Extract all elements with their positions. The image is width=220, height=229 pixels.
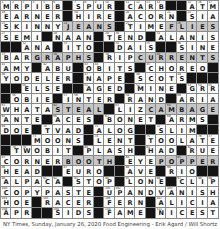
letter-cell[interactable]: L: [166, 32, 176, 42]
letter-cell[interactable]: D: [73, 208, 83, 218]
letter-cell[interactable]: O: [73, 156, 83, 166]
letter-cell[interactable]: 86H: [1, 166, 11, 176]
letter-cell[interactable]: 30E: [115, 32, 125, 42]
letter-cell[interactable]: 82R: [187, 146, 197, 156]
letter-cell[interactable]: H: [104, 156, 114, 166]
letter-cell[interactable]: R: [94, 11, 104, 21]
letter-cell[interactable]: 12A: [135, 1, 145, 11]
letter-cell[interactable]: L: [166, 125, 176, 135]
letter-cell[interactable]: 32A: [22, 42, 32, 52]
letter-cell[interactable]: Z: [135, 104, 145, 114]
letter-cell[interactable]: 98I: [197, 177, 207, 187]
letter-cell[interactable]: E: [135, 208, 145, 218]
letter-cell[interactable]: 27S: [1, 32, 11, 42]
letter-cell[interactable]: N: [135, 197, 145, 207]
letter-cell[interactable]: 11C: [125, 1, 135, 11]
letter-cell[interactable]: Y: [53, 22, 63, 32]
letter-cell[interactable]: S: [125, 63, 135, 73]
letter-cell[interactable]: B: [22, 94, 32, 104]
letter-cell[interactable]: 10R: [104, 1, 114, 11]
letter-cell[interactable]: A: [53, 187, 63, 197]
letter-cell[interactable]: 85P: [177, 156, 187, 166]
letter-cell[interactable]: I: [187, 22, 197, 32]
letter-cell[interactable]: M: [146, 22, 156, 32]
letter-cell[interactable]: G: [197, 104, 207, 114]
letter-cell[interactable]: C: [135, 11, 145, 21]
letter-cell[interactable]: V: [135, 166, 145, 176]
letter-cell[interactable]: 78T: [11, 146, 21, 156]
letter-cell[interactable]: 49S: [177, 73, 187, 83]
letter-cell[interactable]: O: [166, 156, 176, 166]
letter-cell[interactable]: D: [115, 84, 125, 94]
letter-cell[interactable]: 89R: [166, 166, 176, 176]
letter-cell[interactable]: E: [22, 125, 32, 135]
letter-cell[interactable]: 34D: [115, 42, 125, 52]
letter-cell[interactable]: P: [11, 208, 21, 218]
letter-cell[interactable]: M: [125, 208, 135, 218]
letter-cell[interactable]: 13R: [146, 1, 156, 11]
letter-cell[interactable]: 65A: [1, 115, 11, 125]
letter-cell[interactable]: I: [32, 94, 42, 104]
letter-cell[interactable]: E: [104, 84, 114, 94]
letter-cell[interactable]: 81H: [146, 146, 156, 156]
letter-cell[interactable]: 9U: [94, 1, 104, 11]
letter-cell[interactable]: E: [73, 115, 83, 125]
letter-cell[interactable]: 33I: [63, 42, 73, 52]
letter-cell[interactable]: 61W: [1, 104, 11, 114]
letter-cell[interactable]: N: [63, 135, 73, 145]
letter-cell[interactable]: N: [187, 53, 197, 63]
letter-cell[interactable]: N: [146, 94, 156, 104]
letter-cell[interactable]: A: [53, 197, 63, 207]
letter-cell[interactable]: C: [63, 115, 73, 125]
letter-cell[interactable]: A: [135, 94, 145, 104]
letter-cell[interactable]: E: [208, 104, 218, 114]
letter-cell[interactable]: 97C: [177, 177, 187, 187]
letter-cell[interactable]: C: [135, 53, 145, 63]
letter-cell[interactable]: E: [208, 42, 218, 52]
letter-cell[interactable]: 21N: [166, 11, 176, 21]
letter-cell[interactable]: A: [177, 32, 187, 42]
letter-cell[interactable]: R: [53, 156, 63, 166]
letter-cell[interactable]: D: [73, 125, 83, 135]
letter-cell[interactable]: T: [73, 42, 83, 52]
letter-cell[interactable]: 90A: [1, 177, 11, 187]
letter-cell[interactable]: C: [146, 104, 156, 114]
letter-cell[interactable]: R: [187, 94, 197, 104]
letter-cell[interactable]: A: [208, 94, 218, 104]
letter-cell[interactable]: O: [84, 156, 94, 166]
letter-cell[interactable]: R: [22, 53, 32, 63]
letter-cell[interactable]: C: [146, 73, 156, 83]
letter-cell[interactable]: B: [53, 63, 63, 73]
letter-cell[interactable]: E: [208, 146, 218, 156]
letter-cell[interactable]: A: [187, 104, 197, 114]
letter-cell[interactable]: A: [11, 11, 21, 21]
letter-cell[interactable]: 84E: [125, 156, 135, 166]
letter-cell[interactable]: T: [166, 73, 176, 83]
letter-cell[interactable]: E: [42, 11, 52, 21]
letter-cell[interactable]: 51A: [84, 84, 94, 94]
letter-cell[interactable]: 17M: [208, 1, 218, 11]
letter-cell[interactable]: 4I: [32, 1, 42, 11]
letter-cell[interactable]: I: [177, 166, 187, 176]
letter-cell[interactable]: E: [187, 63, 197, 73]
letter-cell[interactable]: A: [156, 104, 166, 114]
letter-cell[interactable]: R: [84, 197, 94, 207]
letter-cell[interactable]: E: [73, 22, 83, 32]
letter-cell[interactable]: 72S: [156, 125, 166, 135]
letter-cell[interactable]: A: [32, 177, 42, 187]
letter-cell[interactable]: O: [94, 177, 104, 187]
letter-cell[interactable]: 110F: [104, 208, 114, 218]
letter-cell[interactable]: 20A: [125, 11, 135, 21]
letter-cell[interactable]: 91C: [42, 177, 52, 187]
letter-cell[interactable]: E: [146, 166, 156, 176]
letter-cell[interactable]: A: [84, 22, 94, 32]
letter-cell[interactable]: D: [146, 187, 156, 197]
letter-cell[interactable]: 16T: [197, 1, 207, 11]
letter-cell[interactable]: 43O: [84, 63, 94, 73]
letter-cell[interactable]: A: [125, 187, 135, 197]
letter-cell[interactable]: S: [73, 135, 83, 145]
letter-cell[interactable]: B: [42, 146, 52, 156]
letter-cell[interactable]: P: [187, 156, 197, 166]
letter-cell[interactable]: A: [115, 208, 125, 218]
letter-cell[interactable]: T: [115, 63, 125, 73]
letter-cell[interactable]: G: [32, 53, 42, 63]
letter-cell[interactable]: 1M: [1, 1, 11, 11]
letter-cell[interactable]: 76T: [197, 135, 207, 145]
letter-cell[interactable]: S: [208, 53, 218, 63]
letter-cell[interactable]: E: [197, 22, 207, 32]
letter-cell[interactable]: R: [177, 115, 187, 125]
letter-cell[interactable]: R: [42, 53, 52, 63]
letter-cell[interactable]: R: [22, 11, 32, 21]
letter-cell[interactable]: I: [177, 197, 187, 207]
letter-cell[interactable]: A: [42, 104, 52, 114]
letter-cell[interactable]: L: [187, 177, 197, 187]
letter-cell[interactable]: V: [156, 187, 166, 197]
letter-cell[interactable]: L: [166, 197, 176, 207]
letter-cell[interactable]: 64M: [166, 104, 176, 114]
letter-cell[interactable]: E: [104, 11, 114, 21]
letter-cell[interactable]: 93S: [73, 177, 83, 187]
letter-cell[interactable]: U: [63, 63, 73, 73]
letter-cell[interactable]: B: [177, 104, 187, 114]
letter-cell[interactable]: 68A: [166, 115, 176, 125]
letter-cell[interactable]: A: [22, 166, 32, 176]
letter-cell[interactable]: M: [187, 115, 197, 125]
letter-cell[interactable]: 57I: [63, 94, 73, 104]
letter-cell[interactable]: 3P: [22, 1, 32, 11]
letter-cell[interactable]: 36S: [177, 42, 187, 52]
letter-cell[interactable]: 53G: [187, 84, 197, 94]
letter-cell[interactable]: 63L: [115, 104, 125, 114]
letter-cell[interactable]: 31A: [156, 32, 166, 42]
letter-cell[interactable]: M: [22, 32, 32, 42]
letter-cell[interactable]: E: [135, 115, 145, 125]
letter-cell[interactable]: 15A: [187, 1, 197, 11]
letter-cell[interactable]: E: [187, 208, 197, 218]
letter-cell[interactable]: D: [32, 166, 42, 176]
letter-cell[interactable]: A: [94, 73, 104, 83]
letter-cell[interactable]: O: [42, 135, 52, 145]
letter-cell[interactable]: P: [63, 53, 73, 63]
letter-cell[interactable]: N: [125, 115, 135, 125]
letter-cell[interactable]: S: [197, 115, 207, 125]
letter-cell[interactable]: R: [208, 156, 218, 166]
letter-cell[interactable]: 2R: [11, 1, 21, 11]
letter-cell[interactable]: C: [187, 197, 197, 207]
letter-cell[interactable]: 41A: [1, 63, 11, 73]
letter-cell[interactable]: R: [63, 73, 73, 83]
letter-cell[interactable]: 18E: [1, 11, 11, 21]
letter-cell[interactable]: O: [146, 11, 156, 21]
letter-cell[interactable]: N: [84, 32, 94, 42]
letter-cell[interactable]: T: [125, 135, 135, 145]
letter-cell[interactable]: E: [22, 197, 32, 207]
letter-cell[interactable]: T: [73, 187, 83, 197]
letter-cell[interactable]: S: [197, 208, 207, 218]
letter-cell[interactable]: T: [197, 53, 207, 63]
letter-cell[interactable]: 96E: [156, 177, 166, 187]
letter-cell[interactable]: 38A: [53, 53, 63, 63]
letter-cell[interactable]: P: [22, 177, 32, 187]
letter-cell[interactable]: R: [84, 166, 94, 176]
letter-cell[interactable]: U: [73, 166, 83, 176]
letter-cell[interactable]: 39R: [104, 53, 114, 63]
letter-cell[interactable]: R: [177, 63, 187, 73]
letter-cell[interactable]: 60A: [177, 94, 187, 104]
letter-cell[interactable]: L: [94, 146, 104, 156]
letter-cell[interactable]: 88A: [125, 166, 135, 176]
letter-cell[interactable]: U: [197, 146, 207, 156]
letter-cell[interactable]: I: [197, 11, 207, 21]
letter-cell[interactable]: N: [94, 22, 104, 32]
letter-cell[interactable]: 100C: [1, 187, 11, 197]
letter-cell[interactable]: 47N: [84, 73, 94, 83]
letter-cell[interactable]: 25T: [125, 22, 135, 32]
letter-cell[interactable]: 37B: [1, 53, 11, 63]
letter-cell[interactable]: 92A: [53, 177, 63, 187]
letter-cell[interactable]: 108A: [1, 208, 11, 218]
letter-cell[interactable]: 54R: [197, 84, 207, 94]
letter-cell[interactable]: B: [63, 156, 73, 166]
letter-cell[interactable]: 6B: [53, 1, 63, 11]
letter-cell[interactable]: A: [187, 135, 197, 145]
letter-cell[interactable]: D: [156, 94, 166, 104]
letter-cell[interactable]: E: [42, 94, 52, 104]
letter-cell[interactable]: N: [11, 115, 21, 125]
letter-cell[interactable]: H: [208, 187, 218, 197]
letter-cell[interactable]: T: [84, 94, 94, 104]
letter-cell[interactable]: O: [197, 63, 207, 73]
letter-cell[interactable]: L: [94, 104, 104, 114]
letter-cell[interactable]: D: [166, 146, 176, 156]
letter-cell[interactable]: M: [187, 125, 197, 135]
letter-cell[interactable]: 42A: [42, 63, 52, 73]
letter-cell[interactable]: O: [135, 177, 145, 187]
letter-cell[interactable]: R: [156, 11, 166, 21]
letter-cell[interactable]: L: [32, 84, 42, 94]
letter-cell[interactable]: 103A: [166, 187, 176, 197]
letter-cell[interactable]: E: [32, 115, 42, 125]
letter-cell[interactable]: A: [104, 146, 114, 156]
letter-cell[interactable]: R: [22, 208, 32, 218]
letter-cell[interactable]: R: [22, 156, 32, 166]
letter-cell[interactable]: A: [42, 42, 52, 52]
letter-cell[interactable]: E: [32, 73, 42, 83]
letter-cell[interactable]: 19H: [73, 11, 83, 21]
letter-cell[interactable]: N: [32, 156, 42, 166]
letter-cell[interactable]: T: [32, 104, 42, 114]
letter-cell[interactable]: I: [125, 104, 135, 114]
letter-cell[interactable]: 106F: [104, 197, 114, 207]
letter-cell[interactable]: 87E: [63, 166, 73, 176]
letter-cell[interactable]: 75T: [146, 135, 156, 145]
letter-cell[interactable]: 111N: [156, 208, 166, 218]
letter-cell[interactable]: P: [22, 187, 32, 197]
letter-cell[interactable]: I: [166, 208, 176, 218]
letter-cell[interactable]: H: [125, 146, 135, 156]
letter-cell[interactable]: I: [135, 42, 145, 52]
letter-cell[interactable]: E: [156, 22, 166, 32]
letter-cell[interactable]: T: [22, 115, 32, 125]
letter-cell[interactable]: P: [42, 187, 52, 197]
letter-cell[interactable]: 59R: [125, 94, 135, 104]
letter-cell[interactable]: 22S: [187, 11, 197, 21]
letter-cell[interactable]: O: [115, 115, 125, 125]
letter-cell[interactable]: 73M: [32, 135, 42, 145]
letter-cell[interactable]: 101U: [104, 187, 114, 197]
letter-cell[interactable]: I: [187, 42, 197, 52]
letter-cell[interactable]: 45C: [146, 63, 156, 73]
letter-cell[interactable]: T: [84, 177, 94, 187]
letter-cell[interactable]: 35S: [146, 42, 156, 52]
letter-cell[interactable]: I: [197, 197, 207, 207]
letter-cell[interactable]: 40R: [156, 53, 166, 63]
letter-cell[interactable]: 14B: [156, 1, 166, 11]
letter-cell[interactable]: O: [166, 135, 176, 145]
letter-cell[interactable]: S: [84, 115, 94, 125]
letter-cell[interactable]: N: [156, 84, 166, 94]
letter-cell[interactable]: E: [177, 53, 187, 63]
letter-cell[interactable]: G: [125, 125, 135, 135]
letter-cell[interactable]: 8P: [84, 1, 94, 11]
letter-cell[interactable]: E: [166, 84, 176, 94]
letter-cell[interactable]: E: [104, 135, 114, 145]
letter-cell[interactable]: N: [187, 32, 197, 42]
letter-cell[interactable]: 58N: [73, 94, 83, 104]
letter-cell[interactable]: 26L: [177, 22, 187, 32]
letter-cell[interactable]: I: [187, 187, 197, 197]
letter-cell[interactable]: O: [32, 146, 42, 156]
letter-cell[interactable]: C: [63, 197, 73, 207]
letter-cell[interactable]: E: [53, 84, 63, 94]
letter-cell[interactable]: T: [146, 115, 156, 125]
letter-cell[interactable]: S: [84, 53, 94, 63]
letter-cell[interactable]: R: [104, 94, 114, 104]
letter-cell[interactable]: I: [53, 146, 63, 156]
letter-cell[interactable]: M: [11, 63, 21, 73]
letter-cell[interactable]: O: [11, 125, 21, 135]
letter-cell[interactable]: E: [11, 166, 21, 176]
letter-cell[interactable]: E: [115, 197, 125, 207]
letter-cell[interactable]: 5B: [42, 1, 52, 11]
letter-cell[interactable]: H: [11, 104, 21, 114]
letter-cell[interactable]: N: [146, 177, 156, 187]
letter-cell[interactable]: R: [166, 53, 176, 63]
letter-cell[interactable]: A: [125, 42, 135, 52]
letter-cell[interactable]: F: [166, 22, 176, 32]
letter-cell[interactable]: I: [146, 84, 156, 94]
letter-cell[interactable]: S: [104, 22, 114, 32]
letter-cell[interactable]: S: [63, 187, 73, 197]
letter-cell[interactable]: 55R: [208, 84, 218, 94]
letter-cell[interactable]: K: [11, 22, 21, 32]
letter-cell[interactable]: A: [208, 11, 218, 21]
letter-cell[interactable]: L: [104, 125, 114, 135]
letter-cell[interactable]: 107A: [156, 197, 166, 207]
letter-cell[interactable]: 102P: [115, 187, 125, 197]
letter-cell[interactable]: 46Y: [1, 73, 11, 83]
letter-cell[interactable]: 28N: [53, 32, 63, 42]
letter-cell[interactable]: R: [53, 11, 63, 21]
letter-cell[interactable]: 67B: [104, 115, 114, 125]
letter-cell[interactable]: 69D: [1, 125, 11, 135]
letter-cell[interactable]: Y: [135, 156, 145, 166]
letter-cell[interactable]: A: [22, 104, 32, 114]
letter-cell[interactable]: V: [53, 125, 63, 135]
letter-cell[interactable]: 66A: [53, 115, 63, 125]
letter-cell[interactable]: A: [84, 104, 94, 114]
letter-cell[interactable]: P: [125, 53, 135, 63]
letter-cell[interactable]: 95L: [125, 177, 135, 187]
letter-cell[interactable]: 24J: [63, 22, 73, 32]
letter-cell[interactable]: 7S: [73, 1, 83, 11]
letter-cell[interactable]: 94P: [104, 177, 114, 187]
letter-cell[interactable]: S: [208, 22, 218, 32]
letter-cell[interactable]: A: [156, 146, 166, 156]
letter-cell[interactable]: O: [84, 42, 94, 52]
letter-cell[interactable]: O: [187, 166, 197, 176]
letter-cell[interactable]: N: [177, 187, 187, 197]
letter-cell[interactable]: 80P: [84, 146, 94, 156]
letter-cell[interactable]: H: [73, 53, 83, 63]
letter-cell[interactable]: 56O: [11, 94, 21, 104]
letter-cell[interactable]: T: [63, 104, 73, 114]
crossword-grid[interactable]: 1M2R3P4I5B6B7S8P9U10R11C12A13R14B15A16T1…: [0, 0, 219, 219]
letter-cell[interactable]: I: [32, 32, 42, 42]
letter-cell[interactable]: U: [146, 53, 156, 63]
letter-cell[interactable]: I: [22, 22, 32, 32]
letter-cell[interactable]: L: [42, 73, 52, 83]
letter-cell[interactable]: O: [53, 135, 63, 145]
letter-cell[interactable]: E: [53, 73, 63, 83]
letter-cell[interactable]: 44B: [94, 63, 104, 73]
letter-cell[interactable]: N: [115, 135, 125, 145]
letter-cell[interactable]: T: [94, 156, 104, 166]
letter-cell[interactable]: 50E: [22, 84, 32, 94]
letter-cell[interactable]: 29T: [104, 32, 114, 42]
letter-cell[interactable]: R: [125, 197, 135, 207]
letter-cell[interactable]: I: [197, 94, 207, 104]
letter-cell[interactable]: N: [42, 22, 52, 32]
letter-cell[interactable]: O: [11, 156, 21, 166]
letter-cell[interactable]: 48S: [135, 73, 145, 83]
letter-cell[interactable]: 71A: [94, 125, 104, 135]
